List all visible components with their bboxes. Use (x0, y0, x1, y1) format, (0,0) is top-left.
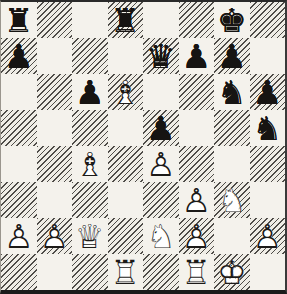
white-piece-outline-layer: ♘ (214, 182, 250, 218)
piece-white-pawn: ♟♙ (143, 146, 179, 182)
black-piece-glyph: ♚ (214, 2, 250, 38)
square-f4[interactable] (179, 146, 215, 182)
square-c1[interactable] (72, 254, 108, 290)
piece-white-pawn: ♟♙ (37, 218, 73, 254)
square-d3[interactable] (108, 182, 144, 218)
square-d5[interactable] (108, 110, 144, 146)
square-c6[interactable]: ♟ (72, 74, 108, 110)
piece-white-bishop: ♝♗ (72, 146, 108, 182)
piece-black-pawn: ♟ (143, 110, 179, 146)
square-e4[interactable]: ♟♙ (143, 146, 179, 182)
square-f3[interactable]: ♟♙ (179, 182, 215, 218)
white-piece-outline-layer: ♗ (108, 74, 144, 110)
piece-black-pawn: ♟ (250, 74, 286, 110)
black-piece-glyph: ♟ (179, 38, 215, 74)
piece-white-knight: ♞♘ (214, 182, 250, 218)
square-g5[interactable] (214, 110, 250, 146)
square-e1[interactable] (143, 254, 179, 290)
square-c2[interactable]: ♛♕ (72, 218, 108, 254)
piece-black-rook: ♜ (108, 2, 144, 38)
piece-white-rook: ♜♖ (179, 254, 215, 290)
white-piece-outline-layer: ♙ (179, 182, 215, 218)
square-b7[interactable] (37, 38, 73, 74)
square-g8[interactable]: ♚ (214, 2, 250, 38)
square-b6[interactable] (37, 74, 73, 110)
square-g2[interactable] (214, 218, 250, 254)
square-b5[interactable] (37, 110, 73, 146)
square-g4[interactable] (214, 146, 250, 182)
square-a1[interactable] (1, 254, 37, 290)
chess-diagram: ♜♜♚♟♛♟♟♟♝♗♞♟♟♞♝♗♟♙♟♙♞♘♟♙♟♙♛♕♞♘♟♙♟♙♜♖♜♖♚♔ (0, 0, 287, 294)
square-a2[interactable]: ♟♙ (1, 218, 37, 254)
black-piece-glyph: ♟ (250, 74, 286, 110)
white-piece-outline-layer: ♙ (179, 218, 215, 254)
square-g7[interactable]: ♟ (214, 38, 250, 74)
square-f5[interactable] (179, 110, 215, 146)
square-h3[interactable] (250, 182, 286, 218)
square-h2[interactable]: ♟♙ (250, 218, 286, 254)
piece-black-pawn: ♟ (1, 38, 37, 74)
square-h1[interactable] (250, 254, 286, 290)
piece-black-knight: ♞ (250, 110, 286, 146)
square-g3[interactable]: ♞♘ (214, 182, 250, 218)
square-h8[interactable] (250, 2, 286, 38)
square-a6[interactable] (1, 74, 37, 110)
piece-black-pawn: ♟ (179, 38, 215, 74)
square-d2[interactable] (108, 218, 144, 254)
square-h5[interactable]: ♞ (250, 110, 286, 146)
square-b8[interactable] (37, 2, 73, 38)
black-piece-glyph: ♟ (214, 38, 250, 74)
piece-black-pawn: ♟ (72, 74, 108, 110)
square-a4[interactable] (1, 146, 37, 182)
square-g1[interactable]: ♚♔ (214, 254, 250, 290)
square-d1[interactable]: ♜♖ (108, 254, 144, 290)
square-a8[interactable]: ♜ (1, 2, 37, 38)
white-piece-outline-layer: ♙ (250, 218, 286, 254)
square-f6[interactable] (179, 74, 215, 110)
square-a5[interactable] (1, 110, 37, 146)
square-d6[interactable]: ♝♗ (108, 74, 144, 110)
square-c7[interactable] (72, 38, 108, 74)
black-piece-glyph: ♞ (214, 74, 250, 110)
square-d8[interactable]: ♜ (108, 2, 144, 38)
black-piece-glyph: ♟ (72, 74, 108, 110)
black-piece-glyph: ♟ (1, 38, 37, 74)
square-c4[interactable]: ♝♗ (72, 146, 108, 182)
chess-board: ♜♜♚♟♛♟♟♟♝♗♞♟♟♞♝♗♟♙♟♙♞♘♟♙♟♙♛♕♞♘♟♙♟♙♜♖♜♖♚♔ (1, 2, 285, 290)
square-h4[interactable] (250, 146, 286, 182)
black-piece-glyph: ♜ (108, 2, 144, 38)
square-b2[interactable]: ♟♙ (37, 218, 73, 254)
black-piece-glyph: ♟ (143, 110, 179, 146)
piece-black-rook: ♜ (1, 2, 37, 38)
square-d7[interactable] (108, 38, 144, 74)
black-piece-glyph: ♜ (1, 2, 37, 38)
square-e8[interactable] (143, 2, 179, 38)
square-e3[interactable] (143, 182, 179, 218)
square-b1[interactable] (37, 254, 73, 290)
square-h6[interactable]: ♟ (250, 74, 286, 110)
square-f2[interactable]: ♟♙ (179, 218, 215, 254)
square-f7[interactable]: ♟ (179, 38, 215, 74)
square-g6[interactable]: ♞ (214, 74, 250, 110)
square-c3[interactable] (72, 182, 108, 218)
square-f1[interactable]: ♜♖ (179, 254, 215, 290)
black-piece-glyph: ♛ (143, 38, 179, 74)
piece-black-pawn: ♟ (214, 38, 250, 74)
piece-white-pawn: ♟♙ (179, 182, 215, 218)
white-piece-outline-layer: ♕ (72, 218, 108, 254)
white-piece-outline-layer: ♖ (179, 254, 215, 290)
square-b4[interactable] (37, 146, 73, 182)
square-e6[interactable] (143, 74, 179, 110)
piece-white-queen: ♛♕ (72, 218, 108, 254)
square-f8[interactable] (179, 2, 215, 38)
square-e2[interactable]: ♞♘ (143, 218, 179, 254)
white-piece-outline-layer: ♙ (143, 146, 179, 182)
piece-white-rook: ♜♖ (108, 254, 144, 290)
square-c8[interactable] (72, 2, 108, 38)
white-piece-outline-layer: ♔ (214, 254, 250, 290)
square-a3[interactable] (1, 182, 37, 218)
square-a7[interactable]: ♟ (1, 38, 37, 74)
white-piece-outline-layer: ♗ (72, 146, 108, 182)
piece-black-knight: ♞ (214, 74, 250, 110)
piece-white-knight: ♞♘ (143, 218, 179, 254)
piece-white-king: ♚♔ (214, 254, 250, 290)
white-piece-outline-layer: ♘ (143, 218, 179, 254)
piece-black-queen: ♛ (143, 38, 179, 74)
piece-white-pawn: ♟♙ (1, 218, 37, 254)
white-piece-outline-layer: ♙ (1, 218, 37, 254)
square-b3[interactable] (37, 182, 73, 218)
piece-black-king: ♚ (214, 2, 250, 38)
piece-white-pawn: ♟♙ (250, 218, 286, 254)
square-c5[interactable] (72, 110, 108, 146)
white-piece-outline-layer: ♖ (108, 254, 144, 290)
white-piece-outline-layer: ♙ (37, 218, 73, 254)
square-e7[interactable]: ♛ (143, 38, 179, 74)
square-e5[interactable]: ♟ (143, 110, 179, 146)
piece-white-pawn: ♟♙ (179, 218, 215, 254)
black-piece-glyph: ♞ (250, 110, 286, 146)
square-h7[interactable] (250, 38, 286, 74)
piece-white-bishop: ♝♗ (108, 74, 144, 110)
square-d4[interactable] (108, 146, 144, 182)
